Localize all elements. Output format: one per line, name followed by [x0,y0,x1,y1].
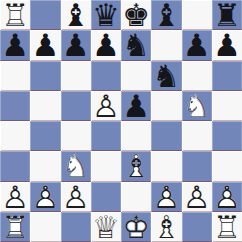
square-c5[interactable] [61,91,91,121]
white-knight-outline-icon: ♘ [61,151,91,181]
white-bishop-icon: ♝ [151,212,181,242]
white-pawn-outline-icon: ♙ [61,182,91,212]
square-h2[interactable]: ♟♙ [212,182,242,212]
square-d5[interactable]: ♟♙ [91,91,121,121]
black-pawn-icon: ♟ [212,30,242,60]
square-c2[interactable]: ♟♙ [61,182,91,212]
white-knight-icon: ♞ [182,91,212,121]
square-a8[interactable]: ♜♖ [0,0,30,30]
piece-white-pawn[interactable]: ♟♙ [61,182,91,212]
square-a2[interactable]: ♟♙ [0,182,30,212]
black-pawn-icon: ♟ [0,30,30,60]
piece-black-pawn[interactable]: ♟ [0,30,30,60]
piece-white-queen[interactable]: ♛♕ [91,212,121,242]
piece-black-rook[interactable]: ♜ [212,0,242,30]
piece-black-pawn[interactable]: ♟ [30,30,60,60]
piece-black-queen[interactable]: ♛ [91,0,121,30]
square-d6[interactable] [91,61,121,91]
square-h5[interactable] [212,91,242,121]
square-g2[interactable]: ♟♙ [182,182,212,212]
white-rook-outline-icon: ♖ [0,0,30,30]
square-d3[interactable] [91,151,121,181]
white-queen-outline-icon: ♕ [91,212,121,242]
square-e2[interactable] [121,182,151,212]
piece-black-pawn[interactable]: ♟ [91,30,121,60]
black-queen-icon: ♛ [91,0,121,30]
piece-black-knight[interactable]: ♞ [121,30,151,60]
square-h1[interactable]: ♜♖ [212,212,242,242]
white-rook-outline-icon: ♖ [0,212,30,242]
square-a4[interactable] [0,121,30,151]
square-h6[interactable] [212,61,242,91]
white-knight-outline-icon: ♘ [182,91,212,121]
white-bishop-outline-icon: ♗ [151,212,181,242]
square-g3[interactable] [182,151,212,181]
white-rook-outline-icon: ♖ [212,212,242,242]
piece-black-pawn[interactable]: ♟ [182,30,212,60]
square-h3[interactable] [212,151,242,181]
piece-black-pawn[interactable]: ♟ [121,91,151,121]
piece-black-knight[interactable]: ♞ [151,61,181,91]
white-pawn-icon: ♟ [91,91,121,121]
black-pawn-icon: ♟ [30,30,60,60]
square-a3[interactable] [0,151,30,181]
black-pawn-icon: ♟ [121,91,151,121]
square-c7[interactable]: ♟ [61,30,91,60]
square-f7[interactable] [151,30,181,60]
white-bishop-icon: ♝ [121,151,151,181]
white-pawn-icon: ♟ [0,182,30,212]
piece-black-bishop[interactable]: ♝ [151,0,181,30]
square-f8[interactable]: ♝ [151,0,181,30]
square-g1[interactable] [182,212,212,242]
piece-white-pawn[interactable]: ♟♙ [212,182,242,212]
square-c4[interactable] [61,121,91,151]
black-pawn-icon: ♟ [182,30,212,60]
white-bishop-outline-icon: ♗ [121,151,151,181]
square-d2[interactable] [91,182,121,212]
piece-white-pawn[interactable]: ♟♙ [91,91,121,121]
square-a6[interactable] [0,61,30,91]
square-e8[interactable]: ♚ [121,0,151,30]
black-knight-icon: ♞ [121,30,151,60]
white-queen-icon: ♛ [91,212,121,242]
piece-white-pawn[interactable]: ♟♙ [30,182,60,212]
square-d1[interactable]: ♛♕ [91,212,121,242]
piece-black-king[interactable]: ♚ [121,0,151,30]
black-king-icon: ♚ [121,0,151,30]
piece-white-bishop[interactable]: ♝♗ [151,212,181,242]
square-g8[interactable] [182,0,212,30]
square-b6[interactable] [30,61,60,91]
piece-black-pawn[interactable]: ♟ [212,30,242,60]
white-pawn-icon: ♟ [30,182,60,212]
piece-white-pawn[interactable]: ♟♙ [151,182,181,212]
square-a1[interactable]: ♜♖ [0,212,30,242]
white-pawn-outline-icon: ♙ [182,182,212,212]
square-h4[interactable] [212,121,242,151]
square-f6[interactable]: ♞ [151,61,181,91]
square-g6[interactable] [182,61,212,91]
black-pawn-icon: ♟ [61,30,91,60]
piece-white-bishop[interactable]: ♝♗ [121,151,151,181]
piece-white-knight[interactable]: ♞♘ [61,151,91,181]
square-g4[interactable] [182,121,212,151]
white-knight-icon: ♞ [61,151,91,181]
piece-white-king[interactable]: ♚♔ [121,212,151,242]
piece-black-pawn[interactable]: ♟ [61,30,91,60]
square-d8[interactable]: ♛ [91,0,121,30]
white-pawn-outline-icon: ♙ [91,91,121,121]
square-a5[interactable] [0,91,30,121]
square-f4[interactable] [151,121,181,151]
white-pawn-outline-icon: ♙ [30,182,60,212]
white-rook-icon: ♜ [212,212,242,242]
square-e5[interactable]: ♟ [121,91,151,121]
black-knight-icon: ♞ [151,61,181,91]
chess-board: ♜♖♝♛♚♝♜♟♟♟♟♞♟♟♞♟♙♟♞♘♞♘♝♗♟♙♟♙♟♙♟♙♟♙♟♙♜♖♛♕… [0,0,242,242]
white-king-outline-icon: ♔ [121,212,151,242]
white-rook-icon: ♜ [0,0,30,30]
piece-white-rook[interactable]: ♜♖ [0,0,30,30]
white-king-icon: ♚ [121,212,151,242]
white-pawn-icon: ♟ [212,182,242,212]
white-pawn-icon: ♟ [61,182,91,212]
square-h8[interactable]: ♜ [212,0,242,30]
piece-white-knight[interactable]: ♞♘ [182,91,212,121]
square-h7[interactable]: ♟ [212,30,242,60]
white-pawn-outline-icon: ♙ [0,182,30,212]
square-f1[interactable]: ♝♗ [151,212,181,242]
piece-white-rook[interactable]: ♜♖ [212,212,242,242]
black-bishop-icon: ♝ [61,0,91,30]
square-d4[interactable] [91,121,121,151]
square-e3[interactable]: ♝♗ [121,151,151,181]
square-b3[interactable] [30,151,60,181]
square-b5[interactable] [30,91,60,121]
square-d7[interactable]: ♟ [91,30,121,60]
square-b2[interactable]: ♟♙ [30,182,60,212]
square-g7[interactable]: ♟ [182,30,212,60]
piece-white-pawn[interactable]: ♟♙ [182,182,212,212]
white-pawn-outline-icon: ♙ [212,182,242,212]
square-c3[interactable]: ♞♘ [61,151,91,181]
square-b8[interactable] [30,0,60,30]
square-c1[interactable] [61,212,91,242]
piece-black-bishop[interactable]: ♝ [61,0,91,30]
square-c8[interactable]: ♝ [61,0,91,30]
piece-white-pawn[interactable]: ♟♙ [0,182,30,212]
black-bishop-icon: ♝ [151,0,181,30]
square-g5[interactable]: ♞♘ [182,91,212,121]
white-rook-icon: ♜ [0,212,30,242]
square-e1[interactable]: ♚♔ [121,212,151,242]
square-b7[interactable]: ♟ [30,30,60,60]
square-f2[interactable]: ♟♙ [151,182,181,212]
square-b1[interactable] [30,212,60,242]
square-e4[interactable] [121,121,151,151]
white-pawn-icon: ♟ [182,182,212,212]
square-c6[interactable] [61,61,91,91]
white-pawn-outline-icon: ♙ [151,182,181,212]
black-rook-icon: ♜ [212,0,242,30]
white-pawn-icon: ♟ [151,182,181,212]
black-pawn-icon: ♟ [91,30,121,60]
square-e6[interactable] [121,61,151,91]
square-a7[interactable]: ♟ [0,30,30,60]
piece-white-rook[interactable]: ♜♖ [0,212,30,242]
square-b4[interactable] [30,121,60,151]
square-e7[interactable]: ♞ [121,30,151,60]
square-f5[interactable] [151,91,181,121]
square-f3[interactable] [151,151,181,181]
